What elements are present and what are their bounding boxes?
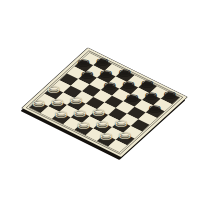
board-frame-outer-line (26, 50, 184, 154)
checkers-board (22, 48, 187, 157)
board-frame-inner-line (29, 52, 181, 152)
checkers-set-photo[interactable]: ⛂⛂⛂⛂⛂⛂⛂⛂⛂⛂⛂⛂⛂⛂⛂⛂⛂⛂⛂⛂⛂⛂⛂⛂ (0, 0, 200, 200)
board-grid (30, 53, 180, 152)
